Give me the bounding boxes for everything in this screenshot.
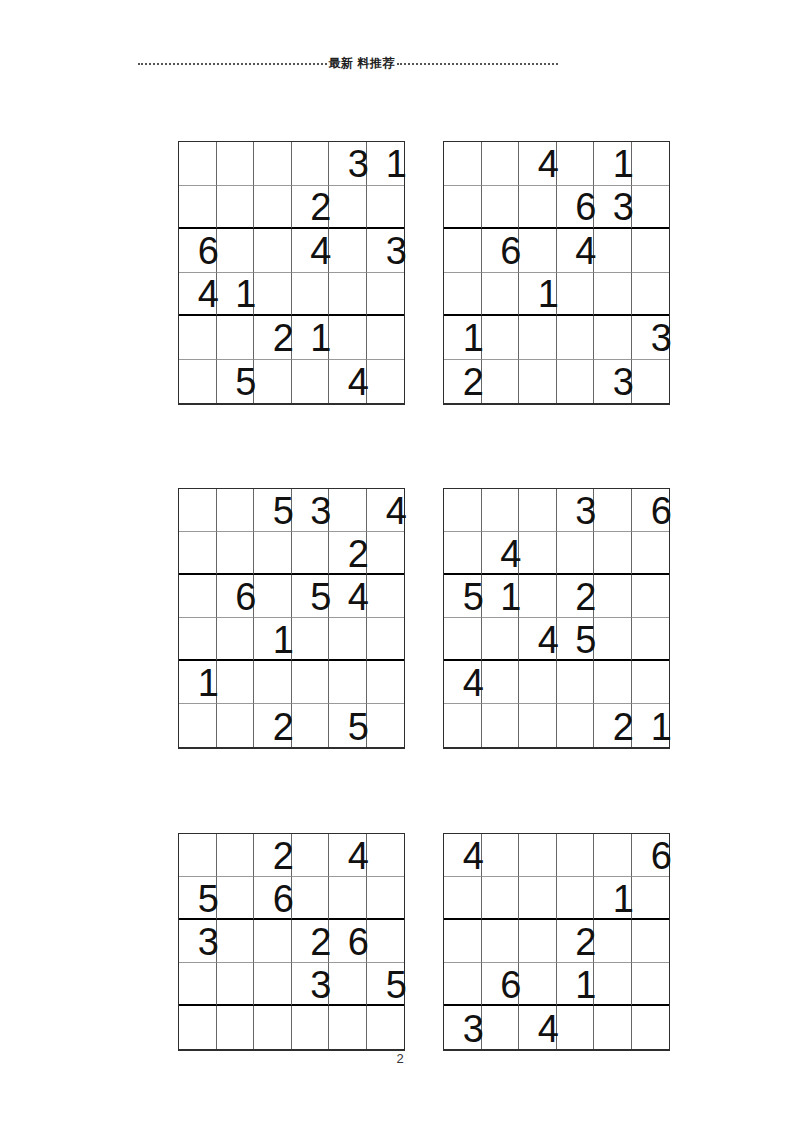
sudoku-cell-empty	[367, 316, 405, 360]
sudoku-cell-empty	[367, 360, 405, 404]
sudoku-cell-empty	[254, 532, 292, 575]
sudoku-cell-empty	[329, 186, 367, 230]
sudoku-cell-empty	[519, 877, 557, 920]
sudoku-cell-given: 5	[254, 489, 292, 532]
sudoku-cell-empty	[557, 142, 595, 186]
sudoku-cell-empty	[594, 963, 632, 1006]
sudoku-cell-given: 5	[179, 877, 217, 920]
sudoku-cell-empty	[594, 489, 632, 532]
sudoku-cell-empty	[632, 229, 670, 273]
sudoku-cell-given: 5	[367, 963, 405, 1006]
sudoku-cell-given: 1	[444, 316, 482, 360]
sudoku-cell-given: 2	[594, 704, 632, 747]
sudoku-cell-empty	[292, 618, 330, 661]
sudoku-cell-empty	[594, 532, 632, 575]
sudoku-cell-empty	[482, 186, 520, 230]
sudoku-cell-empty	[179, 186, 217, 230]
sudoku-cell-empty	[632, 920, 670, 963]
header-label: 最新 料推荐	[327, 56, 397, 70]
sudoku-cell-given: 4	[557, 229, 595, 273]
sudoku-cell-empty	[254, 1006, 292, 1049]
sudoku-cell-given: 4	[329, 575, 367, 618]
dotted-leader-right	[397, 63, 558, 65]
sudoku-cell-empty	[254, 661, 292, 704]
sudoku-cell-given: 4	[367, 489, 405, 532]
sudoku-puzzle-top-right: 41636411323	[443, 141, 670, 405]
sudoku-cell-empty	[519, 186, 557, 230]
sudoku-cell-given: 6	[329, 920, 367, 963]
sudoku-cell-given: 4	[482, 532, 520, 575]
sudoku-cell-empty	[292, 661, 330, 704]
sudoku-cell-empty	[444, 489, 482, 532]
sudoku-cell-given: 1	[254, 618, 292, 661]
sudoku-cell-empty	[519, 704, 557, 747]
sudoku-cell-empty	[519, 963, 557, 1006]
sudoku-cell-given: 3	[292, 963, 330, 1006]
sudoku-cell-empty	[482, 273, 520, 317]
sudoku-cell-given: 4	[519, 1006, 557, 1049]
sudoku-cell-empty	[444, 273, 482, 317]
sudoku-cell-empty	[367, 661, 405, 704]
sudoku-cell-empty	[179, 360, 217, 404]
sudoku-cell-given: 1	[632, 704, 670, 747]
sudoku-cell-empty	[632, 273, 670, 317]
sudoku-cell-empty	[557, 1006, 595, 1049]
sudoku-cell-given: 4	[329, 834, 367, 877]
sudoku-cell-given: 1	[482, 575, 520, 618]
sudoku-cell-empty	[217, 316, 255, 360]
sudoku-cell-given: 1	[594, 877, 632, 920]
sudoku-cell-empty	[254, 963, 292, 1006]
sudoku-cell-empty	[444, 532, 482, 575]
sudoku-cell-given: 3	[557, 489, 595, 532]
sudoku-cell-given: 3	[444, 1006, 482, 1049]
sudoku-cell-empty	[519, 316, 557, 360]
sudoku-cell-empty	[179, 963, 217, 1006]
page-number: 2	[0, 1051, 800, 1066]
sudoku-cell-empty	[329, 316, 367, 360]
sudoku-cell-empty	[179, 704, 217, 747]
sudoku-cell-empty	[482, 834, 520, 877]
sudoku-cell-empty	[217, 532, 255, 575]
sudoku-cell-empty	[292, 834, 330, 877]
sudoku-cell-empty	[217, 142, 255, 186]
sudoku-cell-given: 6	[632, 489, 670, 532]
sudoku-cell-given: 4	[329, 360, 367, 404]
sudoku-cell-given: 1	[594, 142, 632, 186]
sudoku-cell-given: 1	[519, 273, 557, 317]
sudoku-cell-empty	[557, 834, 595, 877]
sudoku-cell-empty	[519, 532, 557, 575]
sudoku-cell-empty	[632, 963, 670, 1006]
sudoku-cell-given: 3	[179, 920, 217, 963]
sudoku-cell-empty	[444, 877, 482, 920]
sudoku-cell-given: 5	[292, 575, 330, 618]
sudoku-cell-given: 6	[482, 229, 520, 273]
dotted-leader-left	[138, 63, 327, 65]
sudoku-cell-empty	[217, 489, 255, 532]
sudoku-cell-given: 2	[557, 575, 595, 618]
sudoku-cell-empty	[217, 920, 255, 963]
sudoku-cell-empty	[519, 575, 557, 618]
sudoku-cell-empty	[632, 877, 670, 920]
sudoku-cell-empty	[329, 963, 367, 1006]
sudoku-cell-empty	[217, 661, 255, 704]
sudoku-cell-given: 4	[519, 142, 557, 186]
sudoku-cell-given: 2	[292, 920, 330, 963]
sudoku-cell-empty	[217, 618, 255, 661]
sudoku-cell-empty	[632, 142, 670, 186]
sudoku-cell-empty	[594, 273, 632, 317]
sudoku-cell-empty	[367, 1006, 405, 1049]
sudoku-cell-given: 4	[519, 618, 557, 661]
sudoku-cell-empty	[179, 489, 217, 532]
sudoku-cell-given: 6	[217, 575, 255, 618]
sudoku-cell-empty	[444, 963, 482, 1006]
sudoku-cell-empty	[482, 142, 520, 186]
sudoku-cell-empty	[594, 661, 632, 704]
sudoku-cell-given: 6	[179, 229, 217, 273]
sudoku-cell-empty	[557, 532, 595, 575]
sudoku-cell-empty	[519, 360, 557, 404]
sudoku-cell-given: 2	[254, 316, 292, 360]
sudoku-cell-empty	[482, 1006, 520, 1049]
sudoku-cell-given: 3	[632, 316, 670, 360]
sudoku-cell-empty	[254, 186, 292, 230]
sudoku-cell-empty	[594, 316, 632, 360]
sudoku-cell-empty	[594, 575, 632, 618]
sudoku-cell-given: 3	[594, 186, 632, 230]
sudoku-cell-empty	[179, 834, 217, 877]
sudoku-cell-empty	[594, 229, 632, 273]
sudoku-cell-empty	[444, 618, 482, 661]
sudoku-cell-empty	[632, 360, 670, 404]
sudoku-puzzle-bottom-right: 46126134	[443, 833, 670, 1051]
sudoku-cell-empty	[367, 273, 405, 317]
sudoku-cell-empty	[329, 229, 367, 273]
sudoku-cell-empty	[557, 704, 595, 747]
sudoku-cell-given: 6	[482, 963, 520, 1006]
sudoku-cell-empty	[367, 186, 405, 230]
sudoku-cell-given: 4	[444, 834, 482, 877]
sudoku-cell-empty	[444, 704, 482, 747]
sudoku-cell-given: 2	[329, 532, 367, 575]
sudoku-cell-empty	[519, 229, 557, 273]
sudoku-cell-empty	[179, 618, 217, 661]
sudoku-cell-empty	[179, 316, 217, 360]
sudoku-cell-empty	[329, 618, 367, 661]
sudoku-cell-given: 3	[329, 142, 367, 186]
sudoku-cell-given: 1	[217, 273, 255, 317]
sudoku-cell-given: 2	[557, 920, 595, 963]
sudoku-cell-empty	[292, 142, 330, 186]
sudoku-cell-empty	[367, 920, 405, 963]
sudoku-cell-empty	[367, 618, 405, 661]
sudoku-cell-given: 4	[179, 273, 217, 317]
sudoku-cell-empty	[444, 186, 482, 230]
sudoku-cell-given: 6	[254, 877, 292, 920]
sudoku-cell-given: 1	[367, 142, 405, 186]
sudoku-cell-empty	[594, 1006, 632, 1049]
sudoku-cell-empty	[254, 920, 292, 963]
sudoku-cell-given: 1	[557, 963, 595, 1006]
sudoku-puzzle-top-left: 312643412154	[178, 141, 405, 405]
sudoku-cell-given: 4	[444, 661, 482, 704]
sudoku-cell-empty	[519, 489, 557, 532]
sudoku-cell-empty	[292, 1006, 330, 1049]
sudoku-cell-given: 1	[179, 661, 217, 704]
sudoku-cell-empty	[254, 360, 292, 404]
sudoku-cell-empty	[367, 877, 405, 920]
sudoku-cell-empty	[254, 229, 292, 273]
sudoku-cell-given: 5	[217, 360, 255, 404]
sudoku-cell-empty	[367, 834, 405, 877]
sudoku-cell-empty	[217, 834, 255, 877]
sudoku-cell-empty	[632, 575, 670, 618]
sudoku-cell-empty	[217, 877, 255, 920]
sudoku-cell-empty	[482, 618, 520, 661]
sudoku-cell-empty	[482, 661, 520, 704]
sudoku-cell-given: 2	[254, 834, 292, 877]
sudoku-cell-given: 6	[557, 186, 595, 230]
sudoku-cell-empty	[217, 704, 255, 747]
sudoku-cell-empty	[217, 229, 255, 273]
sudoku-cell-empty	[557, 661, 595, 704]
sudoku-cell-empty	[179, 142, 217, 186]
sudoku-cell-given: 2	[444, 360, 482, 404]
sudoku-cell-empty	[292, 273, 330, 317]
sudoku-cell-empty	[217, 963, 255, 1006]
sudoku-cell-empty	[557, 360, 595, 404]
sudoku-cell-empty	[519, 920, 557, 963]
sudoku-cell-empty	[482, 704, 520, 747]
sudoku-cell-given: 3	[367, 229, 405, 273]
sudoku-cell-empty	[557, 877, 595, 920]
sudoku-cell-empty	[632, 618, 670, 661]
sudoku-cell-empty	[519, 661, 557, 704]
sudoku-cell-empty	[482, 360, 520, 404]
sudoku-cell-empty	[217, 186, 255, 230]
sudoku-cell-empty	[179, 575, 217, 618]
sudoku-puzzle-middle-right: 36451245421	[443, 488, 670, 749]
sudoku-cell-given: 5	[557, 618, 595, 661]
sudoku-cell-given: 3	[292, 489, 330, 532]
sudoku-cell-empty	[367, 575, 405, 618]
sudoku-cell-empty	[329, 489, 367, 532]
sudoku-cell-empty	[254, 273, 292, 317]
sudoku-cell-empty	[367, 532, 405, 575]
sudoku-cell-empty	[217, 1006, 255, 1049]
sudoku-cell-given: 2	[292, 186, 330, 230]
sudoku-cell-empty	[329, 877, 367, 920]
sudoku-cell-empty	[519, 834, 557, 877]
sudoku-cell-empty	[292, 360, 330, 404]
sudoku-cell-empty	[482, 920, 520, 963]
sudoku-cell-given: 1	[292, 316, 330, 360]
page: 最新 料推荐 312643412154 41636411323 53426541…	[0, 0, 800, 1133]
sudoku-cell-empty	[179, 532, 217, 575]
sudoku-cell-empty	[292, 532, 330, 575]
sudoku-cell-empty	[632, 1006, 670, 1049]
sudoku-cell-empty	[482, 877, 520, 920]
sudoku-cell-empty	[482, 489, 520, 532]
sudoku-cell-empty	[632, 532, 670, 575]
sudoku-cell-empty	[632, 661, 670, 704]
sudoku-cell-empty	[594, 618, 632, 661]
sudoku-cell-empty	[594, 834, 632, 877]
sudoku-cell-empty	[482, 316, 520, 360]
sudoku-cell-empty	[594, 920, 632, 963]
sudoku-cell-empty	[444, 142, 482, 186]
sudoku-cell-empty	[632, 186, 670, 230]
sudoku-cell-given: 2	[254, 704, 292, 747]
sudoku-puzzle-bottom-left: 245632635	[178, 833, 405, 1051]
sudoku-cell-empty	[367, 704, 405, 747]
sudoku-cell-given: 3	[594, 360, 632, 404]
sudoku-cell-empty	[292, 704, 330, 747]
sudoku-cell-empty	[329, 661, 367, 704]
sudoku-cell-given: 5	[329, 704, 367, 747]
sudoku-cell-empty	[557, 316, 595, 360]
sudoku-cell-given: 5	[444, 575, 482, 618]
sudoku-cell-empty	[329, 1006, 367, 1049]
sudoku-cell-empty	[329, 273, 367, 317]
sudoku-cell-empty	[557, 273, 595, 317]
sudoku-cell-empty	[444, 920, 482, 963]
sudoku-cell-empty	[444, 229, 482, 273]
sudoku-cell-empty	[179, 1006, 217, 1049]
sudoku-cell-given: 6	[632, 834, 670, 877]
sudoku-cell-empty	[254, 575, 292, 618]
header-rule: 最新 料推荐	[138, 54, 558, 72]
sudoku-cell-given: 4	[292, 229, 330, 273]
sudoku-puzzle-middle-left: 53426541125	[178, 488, 405, 749]
sudoku-cell-empty	[254, 142, 292, 186]
sudoku-cell-empty	[292, 877, 330, 920]
